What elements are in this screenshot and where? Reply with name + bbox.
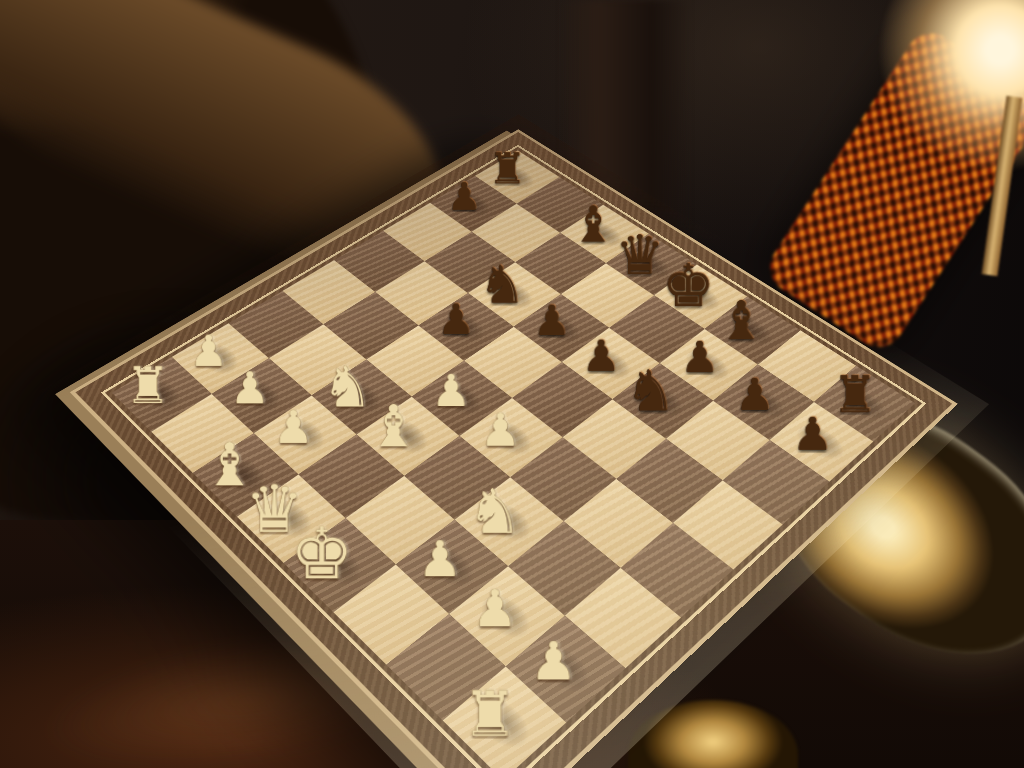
piece-white-rook-a1[interactable]: ♜ [126,361,171,411]
board-frame: ♜♝♛♚♝♜♟♟♟♟♞♟♟♞♟♟♟♞♝♞♟♟♟♟♟♟♜♝♛♚♜ [70,129,958,768]
board-tilt-wrapper: ♜♝♛♚♝♜♟♟♟♟♞♟♟♞♟♟♟♞♝♞♟♟♟♟♟♟♜♝♛♚♜ [70,129,958,768]
piece-white-pawn-h2[interactable]: ♟ [530,635,577,688]
piece-white-bishop-d3[interactable]: ♝ [368,398,420,456]
board-scene: ♜♝♛♚♝♜♟♟♟♟♞♟♟♞♟♟♟♞♝♞♟♟♟♟♟♟♜♝♛♚♜ [0,0,1024,768]
piece-black-rook-h8[interactable]: ♜ [832,370,877,420]
piece-white-knight-c3[interactable]: ♞ [322,359,372,415]
chess-board[interactable]: ♜♝♛♚♝♜♟♟♟♟♞♟♟♞♟♟♟♞♝♞♟♟♟♟♟♟♜♝♛♚♜ [112,150,915,768]
piece-white-king-e1[interactable]: ♚ [290,519,354,590]
